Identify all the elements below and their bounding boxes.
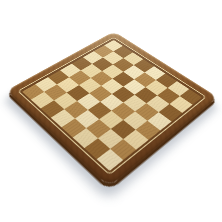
- product-photo-scene: [0, 0, 222, 222]
- chessboard: [5, 31, 217, 187]
- inlay-border: [17, 37, 206, 175]
- board-grid: [22, 39, 202, 170]
